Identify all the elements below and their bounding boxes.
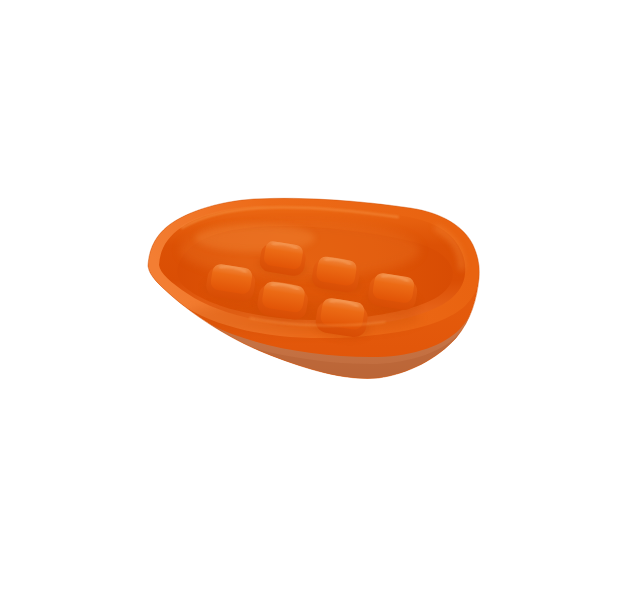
soap-dish-illustration [0,0,629,589]
product-photo-canvas [0,0,629,589]
